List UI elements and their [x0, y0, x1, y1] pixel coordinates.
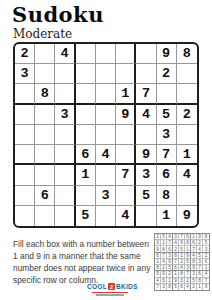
sudoku-cell-r7c6: 7	[116, 165, 136, 185]
sudoku-cell-r2c5[interactable]	[96, 64, 116, 84]
sudoku-cell-r7c9: 4	[177, 165, 197, 185]
solution-mini-board: 2543761983174986259862517436738194521497…	[154, 233, 210, 291]
sudoku-cell-r7c5[interactable]	[96, 165, 116, 185]
logo-text-bkids: BKIDS	[116, 283, 138, 290]
logo-underline	[92, 292, 128, 293]
sudoku-cell-r3c8[interactable]	[157, 84, 177, 104]
sudoku-cell-r5c1[interactable]	[15, 125, 35, 145]
sudoku-cell-r5c8: 3	[157, 125, 177, 145]
sudoku-cell-r6c7: 9	[136, 145, 156, 165]
sudoku-cell-r4c2[interactable]	[35, 105, 55, 125]
sudoku-cell-r8c7: 5	[136, 186, 156, 206]
difficulty-label: Moderate	[13, 27, 72, 41]
sudoku-cell-r2c8: 2	[157, 64, 177, 84]
sudoku-cell-r2c7[interactable]	[136, 64, 156, 84]
sudoku-cell-r1c3: 4	[55, 44, 75, 64]
sudoku-cell-r6c9: 1	[177, 145, 197, 165]
sudoku-cell-r9c5[interactable]	[96, 206, 116, 226]
sudoku-cell-r9c1[interactable]	[15, 206, 35, 226]
sudoku-cell-r9c4: 5	[76, 206, 96, 226]
sudoku-cell-r8c4[interactable]	[76, 186, 96, 206]
sudoku-cell-r8c1[interactable]	[15, 186, 35, 206]
sudoku-cell-r4c8: 5	[157, 105, 177, 125]
sudoku-cell-r3c4[interactable]	[76, 84, 96, 104]
sudoku-cell-r8c2: 6	[35, 186, 55, 206]
sudoku-cell-r1c2[interactable]	[35, 44, 55, 64]
sudoku-cell-r9c6: 4	[116, 206, 136, 226]
sudoku-cell-r3c6: 1	[116, 84, 136, 104]
sudoku-cell-r2c4[interactable]	[76, 64, 96, 84]
sudoku-cell-r2c9[interactable]	[177, 64, 197, 84]
sudoku-cell-r1c6[interactable]	[116, 44, 136, 64]
sudoku-cell-r8c8: 8	[157, 186, 177, 206]
sudoku-cell-r8c9[interactable]	[177, 186, 197, 206]
sudoku-cell-r4c9: 2	[177, 105, 197, 125]
sudoku-cell-r2c2[interactable]	[35, 64, 55, 84]
sudoku-cell-r7c4: 1	[76, 165, 96, 185]
sudoku-cell-r9c7[interactable]	[136, 206, 156, 226]
sudoku-cell-r5c6[interactable]	[116, 125, 136, 145]
sudoku-cell-r5c4[interactable]	[76, 125, 96, 145]
sudoku-cell-r8c6[interactable]	[116, 186, 136, 206]
sudoku-cell-r6c4: 6	[76, 145, 96, 165]
sudoku-cell-r6c1[interactable]	[15, 145, 35, 165]
sudoku-board: 249832817394523649711736463585419	[13, 42, 199, 228]
sudoku-cell-r4c4[interactable]	[76, 105, 96, 125]
sudoku-cell-r3c1[interactable]	[15, 84, 35, 104]
sudoku-cell-r6c5: 4	[96, 145, 116, 165]
sudoku-cell-r4c7: 4	[136, 105, 156, 125]
logo-text-cool: COOL	[87, 283, 107, 290]
sudoku-cell-r1c7[interactable]	[136, 44, 156, 64]
sudoku-cell-r5c9[interactable]	[177, 125, 197, 145]
sudoku-cell-r8c5: 3	[96, 186, 116, 206]
sudoku-cell-r4c3: 3	[55, 105, 75, 125]
sudoku-cell-r7c1[interactable]	[15, 165, 35, 185]
logo-tagline-bar	[96, 294, 124, 296]
sudoku-cell-r6c3[interactable]	[55, 145, 75, 165]
cool2bkids-logo: COOL 2 BKIDS	[87, 283, 138, 290]
sudoku-cell-r5c2[interactable]	[35, 125, 55, 145]
sudoku-cell-r1c4[interactable]	[76, 44, 96, 64]
sudoku-cell-r7c7: 3	[136, 165, 156, 185]
sudoku-cell-r6c6[interactable]	[116, 145, 136, 165]
sudoku-cell-r7c8: 6	[157, 165, 177, 185]
sudoku-cell-r1c5[interactable]	[96, 44, 116, 64]
sudoku-cell-r9c9: 9	[177, 206, 197, 226]
sudoku-cell-r7c2[interactable]	[35, 165, 55, 185]
sudoku-cell-r5c3[interactable]	[55, 125, 75, 145]
sudoku-cell-r1c9: 8	[177, 44, 197, 64]
page-title: Sudoku	[12, 2, 104, 27]
sudoku-cell-r4c6: 9	[116, 105, 136, 125]
logo-badge-2: 2	[108, 283, 115, 290]
sudoku-cell-r3c2: 8	[35, 84, 55, 104]
sudoku-cell-r1c8: 9	[157, 44, 177, 64]
sudoku-cell-r5c5[interactable]	[96, 125, 116, 145]
sudoku-cell-r2c1: 3	[15, 64, 35, 84]
sudoku-cell-r3c3[interactable]	[55, 84, 75, 104]
solution-cell-r9c9: 9	[203, 284, 209, 290]
sudoku-cell-r8c3[interactable]	[55, 186, 75, 206]
sudoku-cell-r3c7: 7	[136, 84, 156, 104]
sudoku-page: Sudoku Moderate 249832817394523649711736…	[0, 0, 212, 300]
instructions-text: Fill each box with a number between 1 an…	[13, 238, 151, 286]
sudoku-cell-r9c8: 1	[157, 206, 177, 226]
sudoku-cell-r3c9[interactable]	[177, 84, 197, 104]
sudoku-cell-r9c3[interactable]	[55, 206, 75, 226]
sudoku-cell-r6c8: 7	[157, 145, 177, 165]
sudoku-cell-r3c5[interactable]	[96, 84, 116, 104]
sudoku-cell-r2c6[interactable]	[116, 64, 136, 84]
sudoku-cell-r4c5[interactable]	[96, 105, 116, 125]
sudoku-cell-r7c3[interactable]	[55, 165, 75, 185]
sudoku-cell-r2c3[interactable]	[55, 64, 75, 84]
sudoku-cell-r4c1[interactable]	[15, 105, 35, 125]
sudoku-cell-r1c1: 2	[15, 44, 35, 64]
sudoku-cell-r5c7[interactable]	[136, 125, 156, 145]
sudoku-cell-r6c2[interactable]	[35, 145, 55, 165]
sudoku-cell-r9c2[interactable]	[35, 206, 55, 226]
